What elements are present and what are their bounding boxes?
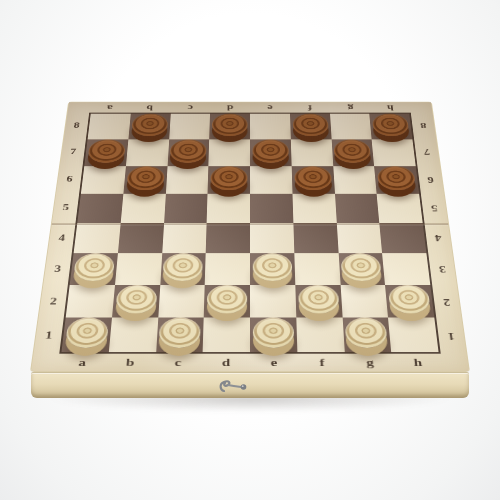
square-d6[interactable] [208,166,250,194]
square-d1[interactable] [203,318,250,353]
coordinate-label-e: e [250,355,298,370]
white-checker-h2[interactable] [388,285,431,314]
square-g5[interactable] [335,194,380,223]
coordinate-label-b: b [129,103,170,112]
board-front-edge [31,372,469,398]
square-c8[interactable] [169,114,210,140]
square-b3[interactable] [115,253,162,285]
square-f6[interactable] [291,166,334,194]
square-h6[interactable] [374,166,419,194]
square-e4[interactable] [250,223,294,253]
coordinate-label-d: d [210,103,250,112]
square-g4[interactable] [336,223,382,253]
square-h5[interactable] [377,194,423,223]
square-g7[interactable] [331,139,374,166]
white-checker-g1[interactable] [345,318,388,348]
board-perspective-wrap: abcdefgh 87654321 87654321 abcdefgh [30,102,470,372]
square-h3[interactable] [382,253,430,285]
white-checker-f2[interactable] [298,285,339,314]
square-e2[interactable] [250,285,296,318]
square-f3[interactable] [294,253,340,285]
square-f8[interactable] [290,114,331,140]
coordinate-label-5: 5 [56,194,76,223]
black-checker-e7[interactable] [252,139,288,162]
black-checker-b8[interactable] [131,114,168,137]
black-checker-g7[interactable] [334,139,372,162]
photo-background: abcdefgh 87654321 87654321 abcdefgh [0,0,500,500]
square-b2[interactable] [112,285,160,318]
square-a5[interactable] [77,194,123,223]
coordinate-label-8: 8 [414,113,433,139]
square-b5[interactable] [120,194,165,223]
black-checker-d6[interactable] [210,166,247,190]
square-b1[interactable] [109,318,158,353]
square-h7[interactable] [372,139,416,166]
square-a3[interactable] [70,253,118,285]
square-b6[interactable] [123,166,167,194]
square-g8[interactable] [330,114,372,140]
square-a7[interactable] [84,139,128,166]
square-a1[interactable] [61,318,111,353]
coordinate-label-3: 3 [432,253,453,285]
square-f1[interactable] [296,318,344,353]
square-c5[interactable] [164,194,208,223]
coordinate-label-c: c [154,355,203,370]
square-c4[interactable] [162,223,207,253]
square-c6[interactable] [165,166,208,194]
square-e1[interactable] [250,318,297,353]
black-checker-b6[interactable] [126,166,165,190]
coordinate-label-5: 5 [424,194,444,223]
square-d3[interactable] [205,253,250,285]
coordinate-label-2: 2 [42,285,64,318]
square-e8[interactable] [250,114,291,140]
white-checker-g3[interactable] [341,253,382,281]
square-a2[interactable] [66,285,115,318]
black-checker-d8[interactable] [212,114,248,137]
square-d7[interactable] [209,139,250,166]
square-d2[interactable] [204,285,250,318]
board-grid [59,113,440,354]
square-h8[interactable] [369,114,412,140]
coordinate-label-h: h [370,103,411,112]
square-a6[interactable] [81,166,126,194]
coordinate-label-f: f [298,355,347,370]
coordinate-label-c: c [170,103,210,112]
square-a4[interactable] [74,223,121,253]
square-f7[interactable] [291,139,333,166]
square-c3[interactable] [160,253,206,285]
square-g2[interactable] [340,285,388,318]
square-b4[interactable] [118,223,164,253]
square-d8[interactable] [209,114,250,140]
white-checker-b2[interactable] [115,285,157,314]
file-labels-top: abcdefgh [89,103,410,112]
square-g6[interactable] [333,166,377,194]
square-e3[interactable] [250,253,295,285]
square-e7[interactable] [250,139,291,166]
black-checker-c7[interactable] [170,139,207,162]
black-checker-f6[interactable] [294,166,332,190]
square-c1[interactable] [156,318,204,353]
square-c7[interactable] [167,139,209,166]
coordinate-label-h: h [393,355,443,370]
white-checker-e1[interactable] [253,318,294,348]
white-checker-a1[interactable] [65,318,109,348]
black-checker-a7[interactable] [87,139,126,162]
square-b7[interactable] [126,139,169,166]
coordinate-label-4: 4 [428,223,448,254]
square-e5[interactable] [250,194,293,223]
square-e6[interactable] [250,166,292,194]
coordinate-label-6: 6 [421,165,440,193]
coordinate-label-a: a [57,355,107,370]
square-b8[interactable] [128,114,170,140]
coordinate-label-e: e [250,103,290,112]
square-h4[interactable] [380,223,427,253]
coordinate-label-f: f [290,103,330,112]
coordinate-label-1: 1 [38,319,60,354]
coordinate-label-8: 8 [67,113,86,139]
metal-hook-latch-icon [217,377,253,395]
coordinate-label-b: b [105,355,154,370]
coordinate-label-7: 7 [64,138,83,165]
checkers-board: abcdefgh 87654321 87654321 abcdefgh [30,102,470,372]
white-checker-e3[interactable] [253,253,293,281]
square-a8[interactable] [88,114,131,140]
square-d5[interactable] [207,194,250,223]
square-h2[interactable] [385,285,434,318]
black-checker-h8[interactable] [372,114,410,137]
coordinate-label-g: g [330,103,371,112]
white-checker-a3[interactable] [73,253,115,281]
coordinate-label-1: 1 [440,319,462,354]
square-h1[interactable] [388,318,438,353]
coordinate-label-2: 2 [436,285,458,318]
square-g3[interactable] [338,253,385,285]
square-f4[interactable] [293,223,338,253]
file-labels-bottom: abcdefgh [57,355,442,370]
square-f2[interactable] [295,285,342,318]
white-checker-c1[interactable] [159,318,201,348]
coordinate-label-7: 7 [417,138,436,165]
white-checker-d2[interactable] [207,285,247,314]
black-checker-f8[interactable] [292,114,328,137]
coordinate-label-a: a [89,103,130,112]
white-checker-c3[interactable] [163,253,203,281]
coordinate-label-6: 6 [60,165,79,193]
coordinate-label-d: d [202,355,250,370]
square-d4[interactable] [206,223,250,253]
coordinate-label-3: 3 [47,253,68,285]
square-f5[interactable] [292,194,336,223]
black-checker-h6[interactable] [377,166,416,190]
coordinate-label-4: 4 [51,223,71,254]
square-g1[interactable] [342,318,391,353]
square-c2[interactable] [158,285,205,318]
coordinate-label-g: g [345,355,394,370]
